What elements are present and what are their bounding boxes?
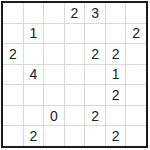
cell-r3c3-empty[interactable]: [44, 44, 64, 64]
cell-r2c7-clue: 2: [126, 24, 146, 44]
cell-r1c5-clue: 3: [85, 3, 105, 23]
cell-r2c5-empty[interactable]: [85, 24, 105, 44]
cell-r5c5-empty[interactable]: [85, 85, 105, 105]
cell-r3c5-clue: 2: [85, 44, 105, 64]
cell-r4c7-empty[interactable]: [126, 65, 146, 85]
cell-r7c7-empty[interactable]: [126, 126, 146, 146]
cell-r6c7-empty[interactable]: [126, 106, 146, 126]
cell-r2c1-empty[interactable]: [3, 24, 23, 44]
cell-r2c2-clue: 1: [24, 24, 44, 44]
cell-r2c4-empty[interactable]: [65, 24, 85, 44]
cell-r5c7-empty[interactable]: [126, 85, 146, 105]
cell-r4c2-clue: 4: [24, 65, 44, 85]
cell-r4c5-empty[interactable]: [85, 65, 105, 85]
cell-r3c6-clue: 2: [106, 44, 126, 64]
cell-r5c6-clue: 2: [106, 85, 126, 105]
cell-r1c6-empty[interactable]: [106, 3, 126, 23]
cell-r5c3-empty[interactable]: [44, 85, 64, 105]
cell-r1c4-clue: 2: [65, 3, 85, 23]
cell-r4c3-empty[interactable]: [44, 65, 64, 85]
cell-r7c5-empty[interactable]: [85, 126, 105, 146]
cell-r6c6-empty[interactable]: [106, 106, 126, 126]
cell-r4c1-empty[interactable]: [3, 65, 23, 85]
minesweeper-board: 23122224120222: [1, 1, 148, 148]
cell-r6c2-empty[interactable]: [24, 106, 44, 126]
cell-r7c6-clue: 2: [106, 126, 126, 146]
cell-r5c1-empty[interactable]: [3, 85, 23, 105]
cell-r6c3-clue: 0: [44, 106, 64, 126]
cell-r6c4-empty[interactable]: [65, 106, 85, 126]
cell-r4c4-empty[interactable]: [65, 65, 85, 85]
cell-r6c1-empty[interactable]: [3, 106, 23, 126]
cell-r1c3-empty[interactable]: [44, 3, 64, 23]
cell-r7c4-empty[interactable]: [65, 126, 85, 146]
cell-r4c6-clue: 1: [106, 65, 126, 85]
cell-r3c7-empty[interactable]: [126, 44, 146, 64]
cell-r7c3-empty[interactable]: [44, 126, 64, 146]
cell-r1c2-empty[interactable]: [24, 3, 44, 23]
cell-r3c2-empty[interactable]: [24, 44, 44, 64]
cell-r6c5-clue: 2: [85, 106, 105, 126]
cell-r7c1-empty[interactable]: [3, 126, 23, 146]
cell-r5c4-empty[interactable]: [65, 85, 85, 105]
cell-r3c4-empty[interactable]: [65, 44, 85, 64]
cell-r1c7-empty[interactable]: [126, 3, 146, 23]
cell-r7c2-clue: 2: [24, 126, 44, 146]
cell-r3c1-clue: 2: [3, 44, 23, 64]
cell-r2c6-empty[interactable]: [106, 24, 126, 44]
cell-r2c3-empty[interactable]: [44, 24, 64, 44]
cell-r1c1-empty[interactable]: [3, 3, 23, 23]
cell-r5c2-empty[interactable]: [24, 85, 44, 105]
